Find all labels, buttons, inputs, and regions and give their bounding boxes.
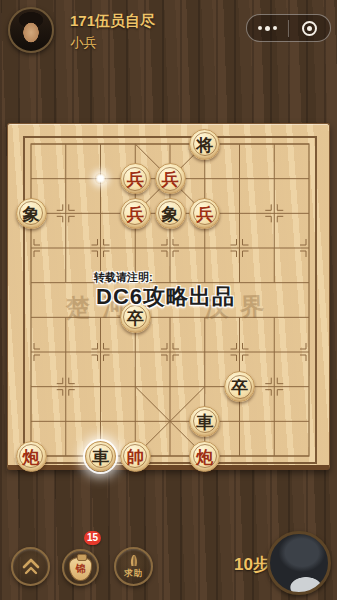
- move-origin-dot: [95, 173, 106, 184]
- piece-char: 象: [162, 205, 179, 222]
- more-dots-icon: [258, 26, 262, 30]
- piece-char: 卒: [231, 379, 248, 396]
- piece-red-soldier[interactable]: 兵: [189, 198, 220, 229]
- piece-red-cannon[interactable]: 炮: [16, 441, 47, 472]
- puzzle-title: 171伍员自尽: [70, 12, 155, 31]
- close-icon: [302, 21, 317, 36]
- more-options-button[interactable]: [247, 15, 288, 41]
- header-bar: 171伍员自尽 小兵: [0, 0, 337, 62]
- piece-char: 炮: [23, 448, 40, 465]
- piece-black-elephant[interactable]: 象: [155, 198, 186, 229]
- piece-char: 象: [23, 205, 40, 222]
- ask-help-button[interactable]: 求助: [114, 547, 153, 586]
- piece-red-cannon[interactable]: 炮: [189, 441, 220, 472]
- hint-bag-button[interactable]: 锦: [62, 549, 99, 586]
- piece-char: 兵: [162, 171, 179, 188]
- piece-char: 帥: [127, 448, 144, 465]
- piece-black-chariot[interactable]: 車: [85, 441, 116, 472]
- piece-char: 炮: [196, 448, 213, 465]
- xiangqi-board[interactable]: 楚河 汉界 将兵兵象兵象兵卒卒車炮車帥炮 转载请注明: DC6攻略出品: [7, 123, 330, 470]
- step-counter: 10步: [234, 553, 270, 576]
- piece-char: 車: [196, 413, 213, 430]
- wechat-capsule: [246, 14, 331, 42]
- help-label: 求助: [124, 568, 143, 580]
- piece-black-soldier[interactable]: 卒: [224, 371, 255, 402]
- piece-black-chariot[interactable]: 車: [189, 406, 220, 437]
- piece-red-general[interactable]: 帥: [120, 441, 151, 472]
- piece-red-soldier[interactable]: 兵: [120, 163, 151, 194]
- piece-black-general[interactable]: 将: [189, 129, 220, 160]
- piece-char: 車: [92, 448, 109, 465]
- piece-red-soldier[interactable]: 兵: [120, 198, 151, 229]
- double-chevron-up-icon: [18, 554, 44, 580]
- footer-bar: 锦 15 求助 10步: [0, 525, 337, 600]
- rank-label: 小兵: [70, 34, 97, 52]
- piece-red-soldier[interactable]: 兵: [155, 163, 186, 194]
- piece-char: 兵: [196, 205, 213, 222]
- collapse-button[interactable]: [11, 547, 50, 586]
- opponent-avatar: [267, 531, 331, 595]
- player-avatar: [8, 7, 54, 53]
- more-dots-icon: [265, 26, 270, 31]
- piece-char: 兵: [127, 205, 144, 222]
- hint-bag-icon: 锦: [69, 557, 92, 581]
- piece-char: 将: [196, 136, 213, 153]
- watermark-credit: DC6攻略出品: [96, 282, 235, 312]
- more-dots-icon: [273, 26, 277, 30]
- hint-count-badge: 15: [84, 531, 101, 545]
- piece-black-elephant[interactable]: 象: [16, 198, 47, 229]
- piece-char: 兵: [127, 171, 144, 188]
- close-button[interactable]: [289, 15, 330, 41]
